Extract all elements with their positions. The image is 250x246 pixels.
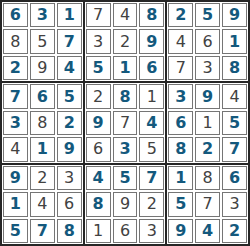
- cell-r5c4[interactable]: 9: [86, 111, 111, 135]
- cell-r6c8[interactable]: 2: [195, 137, 220, 161]
- cell-r6c5[interactable]: 3: [113, 137, 138, 161]
- box-r1c1: 631857294: [2, 2, 83, 81]
- cell-r1c6[interactable]: 8: [139, 3, 164, 27]
- cell-r7c8: 8: [195, 166, 220, 190]
- box-r1c2: 748329516: [85, 2, 166, 81]
- cell-r2c9[interactable]: 1: [222, 29, 247, 53]
- cell-r6c3[interactable]: 9: [57, 137, 82, 161]
- cell-r3c8: 3: [195, 56, 220, 80]
- cell-r7c2: 2: [30, 166, 55, 190]
- cell-r2c6[interactable]: 9: [139, 29, 164, 53]
- cell-r7c4[interactable]: 4: [86, 166, 111, 190]
- cell-r9c3[interactable]: 8: [57, 219, 82, 243]
- cell-r1c8[interactable]: 5: [195, 3, 220, 27]
- box-r2c3: 394615827: [167, 83, 248, 162]
- box-r3c1: 923146578: [2, 165, 83, 244]
- cell-r2c2: 5: [30, 29, 55, 53]
- cell-r9c4: 1: [86, 219, 111, 243]
- cell-r1c9[interactable]: 9: [222, 3, 247, 27]
- cell-r7c5[interactable]: 5: [113, 166, 138, 190]
- cell-r1c7[interactable]: 2: [168, 3, 193, 27]
- cell-r8c5: 9: [113, 192, 138, 216]
- cell-r8c9: 3: [222, 192, 247, 216]
- cell-r6c7[interactable]: 8: [168, 137, 193, 161]
- cell-r8c3: 6: [57, 192, 82, 216]
- cell-r6c4: 6: [86, 137, 111, 161]
- cell-r1c3[interactable]: 1: [57, 3, 82, 27]
- cell-r8c4[interactable]: 8: [86, 192, 111, 216]
- cell-r3c3[interactable]: 4: [57, 56, 82, 80]
- box-r3c3: 186573942: [167, 165, 248, 244]
- cell-r4c3[interactable]: 5: [57, 84, 82, 108]
- cell-r9c7[interactable]: 9: [168, 219, 193, 243]
- cell-r6c2[interactable]: 1: [30, 137, 55, 161]
- cell-r3c7: 7: [168, 56, 193, 80]
- cell-r3c9[interactable]: 8: [222, 56, 247, 80]
- cell-r8c6: 2: [139, 192, 164, 216]
- cell-r2c8: 6: [195, 29, 220, 53]
- cell-r7c7[interactable]: 1: [168, 166, 193, 190]
- cell-r2c7: 4: [168, 29, 193, 53]
- cell-r7c9[interactable]: 6: [222, 166, 247, 190]
- cell-r4c9: 4: [222, 84, 247, 108]
- cell-r2c1: 8: [3, 29, 28, 53]
- cell-r4c2[interactable]: 6: [30, 84, 55, 108]
- cell-r1c2[interactable]: 3: [30, 3, 55, 27]
- cell-r5c8: 1: [195, 111, 220, 135]
- cell-r5c9[interactable]: 5: [222, 111, 247, 135]
- cell-r8c2: 4: [30, 192, 55, 216]
- box-r2c1: 765382419: [2, 83, 83, 162]
- cell-r4c8[interactable]: 9: [195, 84, 220, 108]
- cell-r7c3: 3: [57, 166, 82, 190]
- cell-r9c2[interactable]: 7: [30, 219, 55, 243]
- cell-r4c4: 2: [86, 84, 111, 108]
- cell-r3c5[interactable]: 1: [113, 56, 138, 80]
- cell-r5c5: 7: [113, 111, 138, 135]
- cell-r5c2: 8: [30, 111, 55, 135]
- box-r3c2: 457892163: [85, 165, 166, 244]
- cell-r9c6: 3: [139, 219, 164, 243]
- cell-r8c1[interactable]: 1: [3, 192, 28, 216]
- cell-r4c6: 1: [139, 84, 164, 108]
- cell-r2c5: 2: [113, 29, 138, 53]
- cell-r9c1[interactable]: 5: [3, 219, 28, 243]
- cell-r5c7[interactable]: 6: [168, 111, 193, 135]
- cell-r2c3[interactable]: 7: [57, 29, 82, 53]
- cell-r4c5[interactable]: 8: [113, 84, 138, 108]
- cell-r6c9[interactable]: 7: [222, 137, 247, 161]
- cell-r5c1[interactable]: 3: [3, 111, 28, 135]
- cell-r3c6[interactable]: 6: [139, 56, 164, 80]
- box-r1c3: 259461738: [167, 2, 248, 81]
- box-r2c2: 281974635: [85, 83, 166, 162]
- cell-r7c1[interactable]: 9: [3, 166, 28, 190]
- cell-r6c1: 4: [3, 137, 28, 161]
- sudoku-board: 6318572947483295162594617387653824192819…: [0, 0, 250, 246]
- cell-r8c7[interactable]: 5: [168, 192, 193, 216]
- cell-r6c6: 5: [139, 137, 164, 161]
- cell-r4c7[interactable]: 3: [168, 84, 193, 108]
- cell-r2c4: 3: [86, 29, 111, 53]
- cell-r4c1[interactable]: 7: [3, 84, 28, 108]
- cell-r9c5: 6: [113, 219, 138, 243]
- cell-r1c4: 7: [86, 3, 111, 27]
- cell-r5c6[interactable]: 4: [139, 111, 164, 135]
- cell-r9c8[interactable]: 4: [195, 219, 220, 243]
- cell-r3c2: 9: [30, 56, 55, 80]
- cell-r8c8: 7: [195, 192, 220, 216]
- cell-r3c1[interactable]: 2: [3, 56, 28, 80]
- cell-r9c9[interactable]: 2: [222, 219, 247, 243]
- cell-r1c5: 4: [113, 3, 138, 27]
- cell-r7c6[interactable]: 7: [139, 166, 164, 190]
- cell-r5c3[interactable]: 2: [57, 111, 82, 135]
- cell-r3c4[interactable]: 5: [86, 56, 111, 80]
- cell-r1c1[interactable]: 6: [3, 3, 28, 27]
